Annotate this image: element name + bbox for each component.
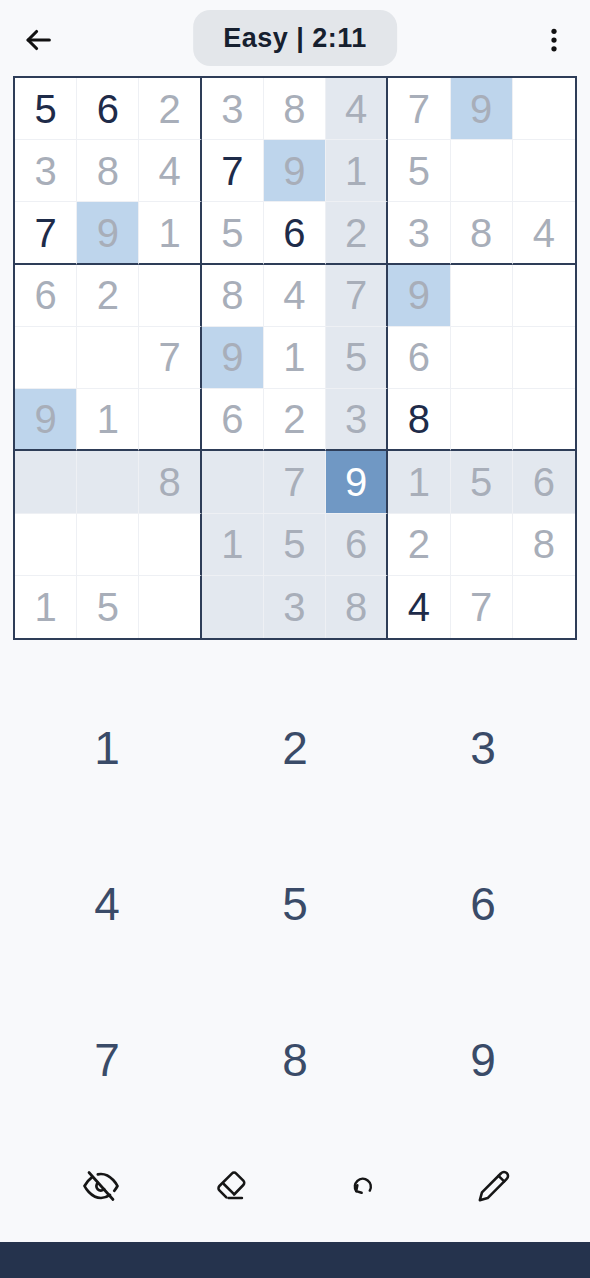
cell-r7c1[interactable] <box>15 451 77 513</box>
cell-r4c1[interactable]: 6 <box>15 265 77 327</box>
numpad-key-1[interactable]: 1 <box>13 670 201 826</box>
cell-r6c7[interactable]: 8 <box>388 389 450 451</box>
cell-r3c9[interactable]: 4 <box>513 202 575 264</box>
numpad-key-9[interactable]: 9 <box>389 982 577 1138</box>
cell-r2c3[interactable]: 4 <box>139 140 201 202</box>
cell-r1c8[interactable]: 9 <box>451 78 513 140</box>
cell-r9c7[interactable]: 4 <box>388 576 450 638</box>
cell-r7c4[interactable] <box>202 451 264 513</box>
cell-r4c2[interactable]: 2 <box>77 265 139 327</box>
cell-r3c7[interactable]: 3 <box>388 202 450 264</box>
cell-r3c2[interactable]: 9 <box>77 202 139 264</box>
cell-r8c6[interactable]: 6 <box>326 514 388 576</box>
cell-r6c9[interactable] <box>513 389 575 451</box>
cell-r8c8[interactable] <box>451 514 513 576</box>
cell-r5c9[interactable] <box>513 327 575 389</box>
cell-r4c4[interactable]: 8 <box>202 265 264 327</box>
pencil-icon <box>477 1169 511 1203</box>
cell-r9c8[interactable]: 7 <box>451 576 513 638</box>
numpad-key-3[interactable]: 3 <box>389 670 577 826</box>
cell-r7c2[interactable] <box>77 451 139 513</box>
numpad-key-4[interactable]: 4 <box>13 826 201 982</box>
cell-r7c3[interactable]: 8 <box>139 451 201 513</box>
cell-r9c5[interactable]: 3 <box>264 576 326 638</box>
numpad-key-6[interactable]: 6 <box>389 826 577 982</box>
eraser-button[interactable] <box>210 1164 254 1208</box>
cell-r7c8[interactable]: 5 <box>451 451 513 513</box>
toolbar <box>0 1150 590 1222</box>
cell-r5c1[interactable] <box>15 327 77 389</box>
bottom-nav-bar <box>0 1242 590 1278</box>
cell-r2c8[interactable] <box>451 140 513 202</box>
cell-r8c7[interactable]: 2 <box>388 514 450 576</box>
cell-r2c6[interactable]: 1 <box>326 140 388 202</box>
cell-r5c4[interactable]: 9 <box>202 327 264 389</box>
cell-r9c1[interactable]: 1 <box>15 576 77 638</box>
cell-r9c6[interactable]: 8 <box>326 576 388 638</box>
cell-r3c3[interactable]: 1 <box>139 202 201 264</box>
cell-r5c2[interactable] <box>77 327 139 389</box>
eye-off-icon <box>83 1168 119 1204</box>
undo-button[interactable] <box>341 1164 385 1208</box>
notes-button[interactable] <box>472 1164 516 1208</box>
back-button[interactable] <box>16 18 60 62</box>
cell-r3c1[interactable]: 7 <box>15 202 77 264</box>
cell-r2c7[interactable]: 5 <box>388 140 450 202</box>
cell-r2c1[interactable]: 3 <box>15 140 77 202</box>
game-status-pill: Easy | 2:11 <box>193 10 397 66</box>
cell-r1c7[interactable]: 7 <box>388 78 450 140</box>
cell-r6c3[interactable] <box>139 389 201 451</box>
cell-r5c6[interactable]: 5 <box>326 327 388 389</box>
cell-r2c4[interactable]: 7 <box>202 140 264 202</box>
cell-r6c2[interactable]: 1 <box>77 389 139 451</box>
cell-r1c2[interactable]: 6 <box>77 78 139 140</box>
cell-r9c4[interactable] <box>202 576 264 638</box>
cell-r4c8[interactable] <box>451 265 513 327</box>
cell-r9c9[interactable] <box>513 576 575 638</box>
cell-r8c9[interactable]: 8 <box>513 514 575 576</box>
cell-r1c3[interactable]: 2 <box>139 78 201 140</box>
cell-r1c4[interactable]: 3 <box>202 78 264 140</box>
sudoku-board: 5623847938479157915623846284797915691623… <box>13 76 577 640</box>
cell-r3c8[interactable]: 8 <box>451 202 513 264</box>
app-header: Easy | 2:11 <box>0 0 590 80</box>
cell-r6c6[interactable]: 3 <box>326 389 388 451</box>
numpad: 123456789 <box>13 670 577 1138</box>
cell-r6c4[interactable]: 6 <box>202 389 264 451</box>
cell-r2c9[interactable] <box>513 140 575 202</box>
numpad-key-5[interactable]: 5 <box>201 826 389 982</box>
eraser-icon <box>215 1169 249 1203</box>
kebab-menu-icon <box>539 25 569 55</box>
hide-hints-button[interactable] <box>79 1164 123 1208</box>
app-screen: Easy | 2:11 5623847938479157915623846284… <box>0 0 590 1278</box>
cell-r1c9[interactable] <box>513 78 575 140</box>
cell-r7c6[interactable]: 9 <box>326 451 388 513</box>
cell-r9c3[interactable] <box>139 576 201 638</box>
cell-r4c7[interactable]: 9 <box>388 265 450 327</box>
cell-r3c5[interactable]: 6 <box>264 202 326 264</box>
cell-r5c3[interactable]: 7 <box>139 327 201 389</box>
cell-r8c4[interactable]: 1 <box>202 514 264 576</box>
cell-r5c8[interactable] <box>451 327 513 389</box>
cell-r6c5[interactable]: 2 <box>264 389 326 451</box>
cell-r6c8[interactable] <box>451 389 513 451</box>
cell-r6c1[interactable]: 9 <box>15 389 77 451</box>
numpad-key-2[interactable]: 2 <box>201 670 389 826</box>
cell-r4c6[interactable]: 7 <box>326 265 388 327</box>
cell-r5c7[interactable]: 6 <box>388 327 450 389</box>
cell-r1c1[interactable]: 5 <box>15 78 77 140</box>
cell-r2c2[interactable]: 8 <box>77 140 139 202</box>
cell-r3c4[interactable]: 5 <box>202 202 264 264</box>
numpad-key-7[interactable]: 7 <box>13 982 201 1138</box>
cell-r1c5[interactable]: 8 <box>264 78 326 140</box>
cell-r8c5[interactable]: 5 <box>264 514 326 576</box>
cell-r5c5[interactable]: 1 <box>264 327 326 389</box>
numpad-key-8[interactable]: 8 <box>201 982 389 1138</box>
cell-r8c3[interactable] <box>139 514 201 576</box>
cell-r1c6[interactable]: 4 <box>326 78 388 140</box>
cell-r4c3[interactable] <box>139 265 201 327</box>
cell-r4c5[interactable]: 4 <box>264 265 326 327</box>
cell-r7c7[interactable]: 1 <box>388 451 450 513</box>
cell-r3c6[interactable]: 2 <box>326 202 388 264</box>
cell-r2c5[interactable]: 9 <box>264 140 326 202</box>
undo-icon <box>346 1169 380 1203</box>
arrow-left-icon <box>21 23 55 57</box>
cell-r7c5[interactable]: 7 <box>264 451 326 513</box>
cell-r9c2[interactable]: 5 <box>77 576 139 638</box>
cell-r8c1[interactable] <box>15 514 77 576</box>
cell-r7c9[interactable]: 6 <box>513 451 575 513</box>
cell-r4c9[interactable] <box>513 265 575 327</box>
cell-r8c2[interactable] <box>77 514 139 576</box>
difficulty-timer-label: Easy | 2:11 <box>223 23 367 54</box>
menu-button[interactable] <box>532 18 576 62</box>
